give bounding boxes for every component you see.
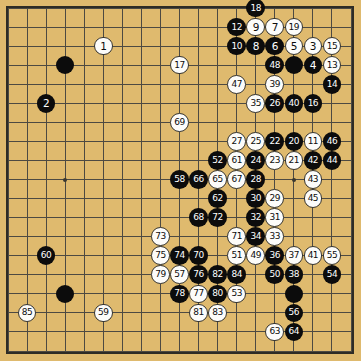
stone-black-40-Q14: 40 — [285, 94, 304, 113]
stone-white-25-O12: 25 — [246, 132, 265, 151]
stone-white-35-O14: 35 — [246, 94, 265, 113]
go-board: 1234567891011121314151617181920212223242… — [0, 0, 361, 361]
stone-white-75-J6: 75 — [151, 246, 170, 265]
star-point — [292, 178, 296, 182]
stone-white-53-N4: 53 — [227, 285, 246, 304]
stone-white-79-J5: 79 — [151, 265, 170, 284]
stone-black-44-S11: 44 — [323, 151, 342, 170]
stone-white-45-R9: 45 — [304, 189, 323, 208]
grid-line-horizontal — [8, 217, 352, 218]
stone-black-34-O7: 34 — [246, 227, 265, 246]
stone-black-24-O11: 24 — [246, 151, 265, 170]
stone-white-55-S6: 55 — [323, 246, 342, 265]
stone-white-37-Q6: 37 — [285, 246, 304, 265]
stone-white-71-N7: 71 — [227, 227, 246, 246]
stone-white-73-J7: 73 — [151, 227, 170, 246]
stone-black-16-R14: 16 — [304, 94, 323, 113]
stone-black-76-L5: 76 — [189, 265, 208, 284]
stone-white-59-F3: 59 — [94, 304, 113, 323]
stone-white-43-R10: 43 — [304, 170, 323, 189]
stone-black-72-M8: 72 — [208, 208, 227, 227]
stone-black-28-O10: 28 — [246, 170, 265, 189]
stone-black-46-S12: 46 — [323, 132, 342, 151]
stone-black-82-M5: 82 — [208, 265, 227, 284]
stone-white-77-L4: 77 — [189, 285, 208, 304]
stone-black-68-L8: 68 — [189, 208, 208, 227]
stone-white-63-P2: 63 — [265, 323, 284, 342]
stone-black-52-M11: 52 — [208, 151, 227, 170]
stone-white-57-K5: 57 — [170, 265, 189, 284]
stone-white-33-P7: 33 — [265, 227, 284, 246]
stone-white-21-Q11: 21 — [285, 151, 304, 170]
stone-black-62-M9: 62 — [208, 189, 227, 208]
star-point — [63, 178, 67, 182]
stone-black-22-P12: 22 — [265, 132, 284, 151]
stone-black-70-L6: 70 — [189, 246, 208, 265]
go-board-diagram: { "game": "go", "board": { "size": 19, "… — [0, 0, 361, 361]
stone-white-31-P8: 31 — [265, 208, 284, 227]
stone-black-80-M4: 80 — [208, 285, 227, 304]
stone-white-69-K13: 69 — [170, 113, 189, 132]
stone-handicap-Q4 — [285, 285, 304, 304]
stone-white-61-N11: 61 — [227, 151, 246, 170]
stone-white-47-N15: 47 — [227, 75, 246, 94]
stone-white-41-R6: 41 — [304, 246, 323, 265]
stone-white-39-P15: 39 — [265, 75, 284, 94]
stone-white-83-M3: 83 — [208, 304, 227, 323]
stone-white-1-F17: 1 — [94, 37, 113, 56]
stone-black-66-L10: 66 — [189, 170, 208, 189]
stone-white-65-M10: 65 — [208, 170, 227, 189]
stone-black-74-K6: 74 — [170, 246, 189, 265]
stone-black-50-P5: 50 — [265, 265, 284, 284]
stone-black-84-N5: 84 — [227, 265, 246, 284]
stone-black-56-Q3: 56 — [285, 304, 304, 323]
stone-white-81-L3: 81 — [189, 304, 208, 323]
stone-black-38-Q5: 38 — [285, 265, 304, 284]
grid-line-horizontal — [8, 236, 352, 237]
stone-white-11-R12: 11 — [304, 132, 323, 151]
stone-white-27-N12: 27 — [227, 132, 246, 151]
stone-black-42-R11: 42 — [304, 151, 323, 170]
stone-black-2-C14: 2 — [37, 94, 56, 113]
stone-black-36-P6: 36 — [265, 246, 284, 265]
stone-black-30-O9: 30 — [246, 189, 265, 208]
stone-white-67-N10: 67 — [227, 170, 246, 189]
stone-white-49-O6: 49 — [246, 246, 265, 265]
stone-black-14-S15: 14 — [323, 75, 342, 94]
grid-line-horizontal — [8, 198, 352, 199]
stone-white-17-K16: 17 — [170, 56, 189, 75]
stone-white-29-P9: 29 — [265, 189, 284, 208]
stone-white-51-N6: 51 — [227, 246, 246, 265]
stone-black-12-N18: 12 — [227, 18, 246, 37]
stone-black-32-O8: 32 — [246, 208, 265, 227]
stone-black-26-P14: 26 — [265, 94, 284, 113]
stone-black-78-K4: 78 — [170, 285, 189, 304]
grid-line-horizontal — [8, 351, 352, 352]
grid-line-vertical — [351, 8, 352, 352]
stone-black-58-K10: 58 — [170, 170, 189, 189]
stone-black-20-Q12: 20 — [285, 132, 304, 151]
stone-black-54-S5: 54 — [323, 265, 342, 284]
stone-white-23-P11: 23 — [265, 151, 284, 170]
